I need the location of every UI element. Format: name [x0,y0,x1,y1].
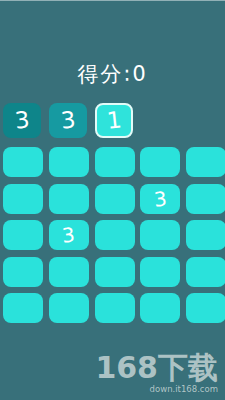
game-board: 33 [3,147,225,323]
board-cell-r3-c3[interactable] [95,220,135,250]
watermark-site: down.it168.com [95,384,218,394]
tray-tile-2[interactable]: 3 [49,103,87,138]
board-cell-r1-c5[interactable] [186,147,225,177]
tray-tile-3[interactable]: 1 [95,103,133,138]
watermark: 168下载 down.it168.com [95,353,218,394]
tray-tile-value: 3 [14,108,31,132]
board-cell-r5-c2[interactable] [49,293,89,323]
watermark-brand: 168下载 [95,353,218,383]
board-cell-r3-c2[interactable]: 3 [49,220,89,250]
tray-tile-1[interactable]: 3 [3,103,41,138]
top-divider [0,0,225,1]
board-cell-r2-c3[interactable] [95,184,135,214]
tray-tile-value: 3 [60,108,77,132]
next-tiles-tray: 331 [3,103,133,138]
board-cell-r5-c3[interactable] [95,293,135,323]
board-cell-r4-c3[interactable] [95,257,135,287]
cell-value: 3 [153,188,168,209]
board-cell-r2-c4[interactable]: 3 [140,184,180,214]
board-cell-r5-c5[interactable] [186,293,225,323]
board-cell-r2-c1[interactable] [3,184,43,214]
board-cell-r2-c5[interactable] [186,184,225,214]
board-cell-r4-c2[interactable] [49,257,89,287]
board-cell-r5-c1[interactable] [3,293,43,323]
game-screen: 得分:0 331 33 168下载 down.it168.com [0,0,225,400]
board-cell-r1-c1[interactable] [3,147,43,177]
board-cell-r4-c1[interactable] [3,257,43,287]
board-cell-r4-c5[interactable] [186,257,225,287]
board-cell-r1-c3[interactable] [95,147,135,177]
tray-tile-value: 1 [106,108,123,132]
board-cell-r3-c5[interactable] [186,220,225,250]
cell-value: 3 [61,225,76,246]
board-cell-r5-c4[interactable] [140,293,180,323]
board-cell-r3-c1[interactable] [3,220,43,250]
board-cell-r2-c2[interactable] [49,184,89,214]
board-cell-r4-c4[interactable] [140,257,180,287]
board-cell-r1-c4[interactable] [140,147,180,177]
score-title: 得分:0 [0,58,225,90]
board-cell-r3-c4[interactable] [140,220,180,250]
board-cell-r1-c2[interactable] [49,147,89,177]
